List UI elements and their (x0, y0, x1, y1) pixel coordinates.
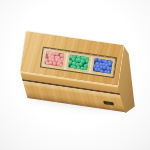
blue-bead (107, 70, 112, 74)
photo-stage (0, 0, 150, 150)
green-bead (86, 67, 88, 70)
green-bead (88, 60, 89, 65)
red-bead (59, 64, 64, 67)
blue-bead (112, 64, 113, 69)
lid-window (40, 47, 117, 79)
brand-stamp (103, 101, 114, 106)
red-bead-compartment (42, 49, 67, 69)
blue-bead (112, 70, 113, 74)
blue-bead-compartment (90, 56, 115, 76)
green-beads (69, 55, 89, 71)
green-bead-compartment (66, 52, 91, 72)
red-bead (63, 57, 64, 62)
compartment-tray (42, 49, 115, 76)
blue-beads (93, 58, 113, 74)
red-beads (44, 51, 64, 67)
wooden-bead-box (16, 31, 124, 112)
red-bead (63, 64, 65, 66)
